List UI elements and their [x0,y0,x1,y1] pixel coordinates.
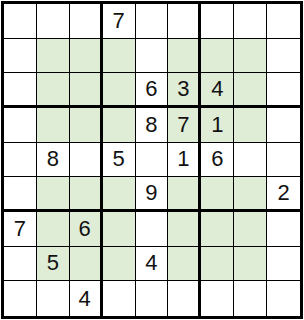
sudoku-cell-r9c5[interactable] [136,281,169,316]
sudoku-cell-r2c4[interactable] [103,39,136,74]
sudoku-cell-r5c4[interactable]: 5 [103,143,136,178]
sudoku-cell-r9c4[interactable] [103,281,136,316]
sudoku-cell-r7c9[interactable] [267,212,300,247]
sudoku-cell-r6c7[interactable] [201,177,234,212]
sudoku-cell-r8c1[interactable] [4,247,37,282]
sudoku-cell-r9c3[interactable]: 4 [70,281,103,316]
sudoku-cell-r9c6[interactable] [168,281,201,316]
sudoku-cell-r3c5[interactable]: 6 [136,73,169,108]
sudoku-cell-r6c8[interactable] [234,177,267,212]
sudoku-cell-r4c2[interactable] [37,108,70,143]
sudoku-cell-r3c3[interactable] [70,73,103,108]
sudoku-cell-r5c5[interactable] [136,143,169,178]
sudoku-cell-r3c2[interactable] [37,73,70,108]
sudoku-cell-r1c3[interactable] [70,4,103,39]
sudoku-cell-r3c9[interactable] [267,73,300,108]
sudoku-cell-r6c3[interactable] [70,177,103,212]
sudoku-cell-r8c4[interactable] [103,247,136,282]
sudoku-cell-r9c1[interactable] [4,281,37,316]
sudoku-cell-r3c4[interactable] [103,73,136,108]
sudoku-cell-r4c7[interactable]: 1 [201,108,234,143]
sudoku-cell-r8c5[interactable]: 4 [136,247,169,282]
sudoku-cell-r8c3[interactable] [70,247,103,282]
sudoku-cell-r1c7[interactable] [201,4,234,39]
sudoku-cell-r9c8[interactable] [234,281,267,316]
sudoku-cell-r5c6[interactable]: 1 [168,143,201,178]
sudoku-cell-r2c7[interactable] [201,39,234,74]
sudoku-cell-r6c1[interactable] [4,177,37,212]
sudoku-cell-r7c5[interactable] [136,212,169,247]
sudoku-cell-r4c1[interactable] [4,108,37,143]
sudoku-cell-r6c6[interactable] [168,177,201,212]
sudoku-cell-r1c9[interactable] [267,4,300,39]
sudoku-cell-r4c6[interactable]: 7 [168,108,201,143]
sudoku-cell-r2c1[interactable] [4,39,37,74]
sudoku-cell-r3c8[interactable] [234,73,267,108]
sudoku-cell-r2c8[interactable] [234,39,267,74]
sudoku-cell-r2c3[interactable] [70,39,103,74]
sudoku-cell-r6c9[interactable]: 2 [267,177,300,212]
sudoku-cell-r3c1[interactable] [4,73,37,108]
sudoku-cell-r1c4[interactable]: 7 [103,4,136,39]
sudoku-cell-r1c6[interactable] [168,4,201,39]
sudoku-cell-r9c9[interactable] [267,281,300,316]
sudoku-cell-r6c4[interactable] [103,177,136,212]
sudoku-cell-r5c7[interactable]: 6 [201,143,234,178]
sudoku-cell-r3c7[interactable]: 4 [201,73,234,108]
sudoku-cell-r2c6[interactable] [168,39,201,74]
sudoku-cell-r6c2[interactable] [37,177,70,212]
sudoku-cell-r2c5[interactable] [136,39,169,74]
sudoku-cell-r7c7[interactable] [201,212,234,247]
sudoku-cell-r5c8[interactable] [234,143,267,178]
sudoku-cell-r8c2[interactable]: 5 [37,247,70,282]
sudoku-cell-r7c1[interactable]: 7 [4,212,37,247]
sudoku-cell-r5c1[interactable] [4,143,37,178]
sudoku-cell-r2c2[interactable] [37,39,70,74]
sudoku-cell-r4c9[interactable] [267,108,300,143]
sudoku-cell-r1c8[interactable] [234,4,267,39]
sudoku-cell-r5c2[interactable]: 8 [37,143,70,178]
sudoku-cell-r1c1[interactable] [4,4,37,39]
sudoku-board: 763487185169276544 [1,1,303,319]
sudoku-cell-r3c6[interactable]: 3 [168,73,201,108]
sudoku-cell-r4c8[interactable] [234,108,267,143]
sudoku-cell-r8c9[interactable] [267,247,300,282]
sudoku-cell-r9c2[interactable] [37,281,70,316]
sudoku-cell-r4c5[interactable]: 8 [136,108,169,143]
sudoku-cell-r1c2[interactable] [37,4,70,39]
sudoku-cell-r7c6[interactable] [168,212,201,247]
sudoku-cell-r7c4[interactable] [103,212,136,247]
sudoku-cell-r8c7[interactable] [201,247,234,282]
sudoku-cell-r7c2[interactable] [37,212,70,247]
sudoku-cell-r9c7[interactable] [201,281,234,316]
sudoku-cell-r5c9[interactable] [267,143,300,178]
sudoku-cell-r7c8[interactable] [234,212,267,247]
sudoku-cell-r4c3[interactable] [70,108,103,143]
sudoku-cell-r6c5[interactable]: 9 [136,177,169,212]
sudoku-cell-r4c4[interactable] [103,108,136,143]
sudoku-cell-r7c3[interactable]: 6 [70,212,103,247]
sudoku-cell-r2c9[interactable] [267,39,300,74]
sudoku-cell-r8c8[interactable] [234,247,267,282]
sudoku-cell-r8c6[interactable] [168,247,201,282]
sudoku-cell-r1c5[interactable] [136,4,169,39]
sudoku-cell-r5c3[interactable] [70,143,103,178]
